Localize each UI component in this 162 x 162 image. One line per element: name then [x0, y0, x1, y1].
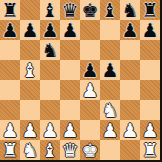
piece-black-pawn[interactable]: ♟ — [141, 20, 158, 40]
square-d2[interactable]: ♟ — [60, 120, 80, 140]
square-a1[interactable]: ♜ — [0, 140, 20, 160]
piece-black-rook[interactable]: ♜ — [1, 0, 18, 20]
square-b5[interactable]: ♝ — [20, 60, 40, 80]
square-c7[interactable]: ♟ — [40, 20, 60, 40]
square-b8[interactable] — [20, 0, 40, 20]
piece-black-bishop[interactable]: ♝ — [101, 0, 118, 20]
piece-white-pawn[interactable]: ♟ — [1, 120, 18, 140]
square-a3[interactable] — [0, 100, 20, 120]
square-e2[interactable] — [80, 120, 100, 140]
square-g3[interactable] — [120, 100, 140, 120]
square-a7[interactable]: ♟ — [0, 20, 20, 40]
square-g2[interactable]: ♟ — [120, 120, 140, 140]
square-b7[interactable]: ♟ — [20, 20, 40, 40]
square-c6[interactable]: ♞ — [40, 40, 60, 60]
square-c3[interactable] — [40, 100, 60, 120]
square-d6[interactable] — [60, 40, 80, 60]
piece-white-rook[interactable]: ♜ — [141, 140, 158, 160]
square-e6[interactable] — [80, 40, 100, 60]
piece-white-bishop[interactable]: ♝ — [41, 140, 58, 160]
square-a6[interactable] — [0, 40, 20, 60]
piece-black-pawn[interactable]: ♟ — [121, 20, 138, 40]
piece-white-pawn[interactable]: ♟ — [141, 120, 158, 140]
square-h2[interactable]: ♟ — [140, 120, 160, 140]
piece-black-knight[interactable]: ♞ — [41, 40, 58, 60]
square-d8[interactable]: ♛ — [60, 0, 80, 20]
square-b2[interactable]: ♟ — [20, 120, 40, 140]
square-f8[interactable]: ♝ — [100, 0, 120, 20]
piece-white-rook[interactable]: ♜ — [1, 140, 18, 160]
square-f4[interactable] — [100, 80, 120, 100]
chess-board: ♜♝♛♚♝♞♜♟♟♟♟♟♟♞♝♟♟♟♞♟♟♟♟♟♟♟♜♞♝♛♚♜ — [0, 0, 160, 160]
square-g7[interactable]: ♟ — [120, 20, 140, 40]
square-c2[interactable]: ♟ — [40, 120, 60, 140]
square-a4[interactable] — [0, 80, 20, 100]
piece-black-pawn[interactable]: ♟ — [41, 20, 58, 40]
square-e3[interactable] — [80, 100, 100, 120]
square-c5[interactable] — [40, 60, 60, 80]
square-a5[interactable] — [0, 60, 20, 80]
chess-app: ♜♝♛♚♝♞♜♟♟♟♟♟♟♞♝♟♟♟♞♟♟♟♟♟♟♟♜♞♝♛♚♜ — [0, 0, 162, 162]
piece-black-pawn[interactable]: ♟ — [21, 20, 38, 40]
square-h6[interactable] — [140, 40, 160, 60]
square-b1[interactable]: ♞ — [20, 140, 40, 160]
square-c1[interactable]: ♝ — [40, 140, 60, 160]
piece-black-queen[interactable]: ♛ — [61, 0, 78, 20]
piece-black-rook[interactable]: ♜ — [141, 0, 158, 20]
square-b3[interactable] — [20, 100, 40, 120]
square-g4[interactable] — [120, 80, 140, 100]
square-h7[interactable]: ♟ — [140, 20, 160, 40]
square-f7[interactable] — [100, 20, 120, 40]
square-e1[interactable]: ♚ — [80, 140, 100, 160]
piece-black-pawn[interactable]: ♟ — [61, 20, 78, 40]
piece-white-pawn[interactable]: ♟ — [121, 120, 138, 140]
square-b6[interactable] — [20, 40, 40, 60]
square-e7[interactable] — [80, 20, 100, 40]
square-f3[interactable]: ♞ — [100, 100, 120, 120]
piece-white-pawn[interactable]: ♟ — [41, 120, 58, 140]
piece-white-knight[interactable]: ♞ — [101, 100, 118, 120]
square-c4[interactable] — [40, 80, 60, 100]
piece-white-queen[interactable]: ♛ — [61, 140, 78, 160]
piece-white-pawn[interactable]: ♟ — [101, 120, 118, 140]
piece-white-bishop[interactable]: ♝ — [21, 60, 38, 80]
square-e5[interactable]: ♟ — [80, 60, 100, 80]
piece-black-bishop[interactable]: ♝ — [41, 0, 58, 20]
square-g1[interactable] — [120, 140, 140, 160]
square-g8[interactable]: ♞ — [120, 0, 140, 20]
piece-black-pawn[interactable]: ♟ — [101, 60, 118, 80]
piece-black-pawn[interactable]: ♟ — [81, 60, 98, 80]
piece-black-knight[interactable]: ♞ — [121, 0, 138, 20]
square-e8[interactable]: ♚ — [80, 0, 100, 20]
square-d5[interactable] — [60, 60, 80, 80]
square-f5[interactable]: ♟ — [100, 60, 120, 80]
piece-white-king[interactable]: ♚ — [81, 140, 98, 160]
square-a8[interactable]: ♜ — [0, 0, 20, 20]
piece-white-knight[interactable]: ♞ — [21, 140, 38, 160]
square-h5[interactable] — [140, 60, 160, 80]
square-a2[interactable]: ♟ — [0, 120, 20, 140]
piece-white-pawn[interactable]: ♟ — [61, 120, 78, 140]
square-h8[interactable]: ♜ — [140, 0, 160, 20]
piece-white-pawn[interactable]: ♟ — [81, 80, 98, 100]
square-d1[interactable]: ♛ — [60, 140, 80, 160]
piece-white-pawn[interactable]: ♟ — [21, 120, 38, 140]
square-b4[interactable] — [20, 80, 40, 100]
piece-black-pawn[interactable]: ♟ — [1, 20, 18, 40]
square-d7[interactable]: ♟ — [60, 20, 80, 40]
square-e4[interactable]: ♟ — [80, 80, 100, 100]
square-d3[interactable] — [60, 100, 80, 120]
piece-black-king[interactable]: ♚ — [81, 0, 98, 20]
square-g6[interactable] — [120, 40, 140, 60]
square-d4[interactable] — [60, 80, 80, 100]
square-f2[interactable]: ♟ — [100, 120, 120, 140]
square-f6[interactable] — [100, 40, 120, 60]
square-h1[interactable]: ♜ — [140, 140, 160, 160]
square-c8[interactable]: ♝ — [40, 0, 60, 20]
square-h3[interactable] — [140, 100, 160, 120]
square-g5[interactable] — [120, 60, 140, 80]
square-h4[interactable] — [140, 80, 160, 100]
square-f1[interactable] — [100, 140, 120, 160]
